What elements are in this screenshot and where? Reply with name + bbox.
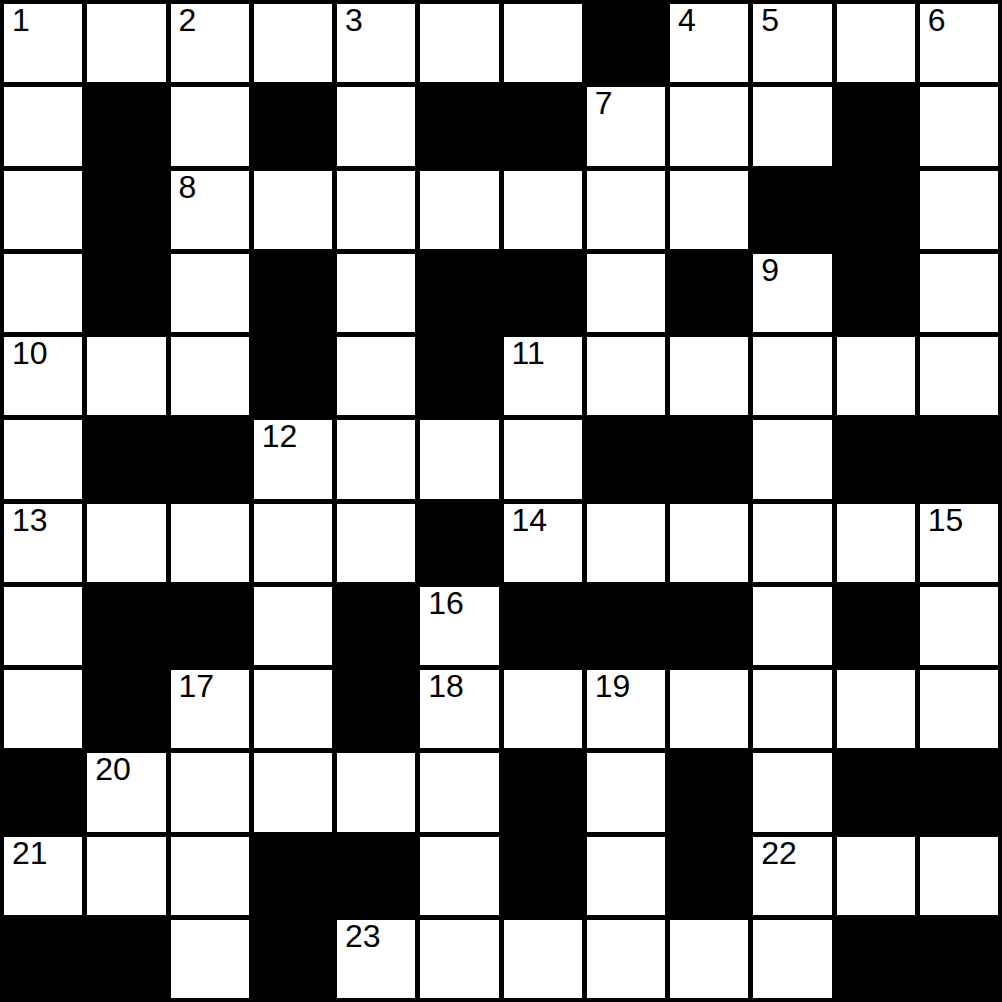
light-cell-r3c2[interactable] (171, 254, 249, 332)
light-cell-r1c0[interactable] (4, 87, 82, 165)
block-cell-r9c6 (504, 753, 582, 831)
block-cell-r5c8 (670, 420, 748, 498)
block-cell-r3c5 (420, 254, 498, 332)
light-cell-r4c8[interactable] (670, 337, 748, 415)
light-cell-r7c5[interactable]: 16 (420, 587, 498, 665)
light-cell-r8c2[interactable]: 17 (171, 670, 249, 748)
block-cell-r3c3 (254, 254, 332, 332)
clue-number-20: 20 (95, 753, 131, 785)
light-cell-r1c8[interactable] (670, 87, 748, 165)
light-cell-r2c0[interactable] (4, 171, 82, 249)
block-cell-r11c3 (254, 920, 332, 998)
light-cell-r0c11[interactable]: 6 (920, 4, 998, 82)
light-cell-r8c6[interactable] (504, 670, 582, 748)
clue-number-12: 12 (262, 420, 298, 452)
block-cell-r7c10 (837, 587, 915, 665)
light-cell-r7c3[interactable] (254, 587, 332, 665)
clue-number-23: 23 (345, 920, 381, 952)
light-cell-r10c1[interactable] (87, 837, 165, 915)
block-cell-r1c3 (254, 87, 332, 165)
light-cell-r6c9[interactable] (753, 504, 831, 582)
block-cell-r7c8 (670, 587, 748, 665)
light-cell-r11c8[interactable] (670, 920, 748, 998)
light-cell-r8c3[interactable] (254, 670, 332, 748)
block-cell-r1c5 (420, 87, 498, 165)
clue-number-13: 13 (12, 504, 48, 536)
block-cell-r5c2 (171, 420, 249, 498)
clue-number-8: 8 (179, 171, 197, 203)
light-cell-r10c0[interactable]: 21 (4, 837, 82, 915)
light-cell-r10c5[interactable] (420, 837, 498, 915)
clue-number-7: 7 (595, 87, 613, 119)
clue-number-3: 3 (345, 4, 363, 36)
clue-number-6: 6 (928, 4, 946, 36)
light-cell-r7c0[interactable] (4, 587, 82, 665)
light-cell-r1c4[interactable] (337, 87, 415, 165)
light-cell-r11c6[interactable] (504, 920, 582, 998)
light-cell-r5c0[interactable] (4, 420, 82, 498)
light-cell-r5c3[interactable]: 12 (254, 420, 332, 498)
light-cell-r3c11[interactable] (920, 254, 998, 332)
block-cell-r1c6 (504, 87, 582, 165)
light-cell-r0c4[interactable]: 3 (337, 4, 415, 82)
block-cell-r10c4 (337, 837, 415, 915)
light-cell-r2c6[interactable] (504, 171, 582, 249)
light-cell-r8c10[interactable] (837, 670, 915, 748)
light-cell-r8c11[interactable] (920, 670, 998, 748)
light-cell-r0c0[interactable]: 1 (4, 4, 82, 82)
block-cell-r9c8 (670, 753, 748, 831)
light-cell-r5c4[interactable] (337, 420, 415, 498)
light-cell-r5c6[interactable] (504, 420, 582, 498)
light-cell-r6c10[interactable] (837, 504, 915, 582)
block-cell-r7c2 (171, 587, 249, 665)
light-cell-r6c3[interactable] (254, 504, 332, 582)
light-cell-r4c0[interactable]: 10 (4, 337, 82, 415)
light-cell-r9c9[interactable] (753, 753, 831, 831)
light-cell-r3c4[interactable] (337, 254, 415, 332)
clue-number-19: 19 (595, 670, 631, 702)
block-cell-r3c6 (504, 254, 582, 332)
light-cell-r5c9[interactable] (753, 420, 831, 498)
block-cell-r7c7 (587, 587, 665, 665)
light-cell-r0c1[interactable] (87, 4, 165, 82)
light-cell-r11c4[interactable]: 23 (337, 920, 415, 998)
light-cell-r10c10[interactable] (837, 837, 915, 915)
clue-number-5: 5 (761, 4, 779, 36)
block-cell-r11c0 (4, 920, 82, 998)
light-cell-r9c4[interactable] (337, 753, 415, 831)
light-cell-r2c11[interactable] (920, 171, 998, 249)
clue-number-10: 10 (12, 337, 48, 369)
block-cell-r11c11 (920, 920, 998, 998)
light-cell-r8c7[interactable]: 19 (587, 670, 665, 748)
clue-number-21: 21 (12, 837, 48, 869)
clue-number-9: 9 (761, 254, 779, 286)
light-cell-r4c10[interactable] (837, 337, 915, 415)
light-cell-r10c11[interactable] (920, 837, 998, 915)
light-cell-r10c7[interactable] (587, 837, 665, 915)
block-cell-r11c1 (87, 920, 165, 998)
clue-number-18: 18 (428, 670, 464, 702)
block-cell-r7c6 (504, 587, 582, 665)
block-cell-r5c1 (87, 420, 165, 498)
block-cell-r1c1 (87, 87, 165, 165)
block-cell-r1c10 (837, 87, 915, 165)
light-cell-r4c4[interactable] (337, 337, 415, 415)
block-cell-r3c10 (837, 254, 915, 332)
light-cell-r2c3[interactable] (254, 171, 332, 249)
light-cell-r8c9[interactable] (753, 670, 831, 748)
block-cell-r0c7 (587, 4, 665, 82)
block-cell-r5c11 (920, 420, 998, 498)
light-cell-r0c3[interactable] (254, 4, 332, 82)
block-cell-r10c8 (670, 837, 748, 915)
light-cell-r4c6[interactable]: 11 (504, 337, 582, 415)
light-cell-r11c5[interactable] (420, 920, 498, 998)
light-cell-r4c1[interactable] (87, 337, 165, 415)
light-cell-r6c11[interactable]: 15 (920, 504, 998, 582)
light-cell-r2c7[interactable] (587, 171, 665, 249)
light-cell-r2c4[interactable] (337, 171, 415, 249)
block-cell-r10c6 (504, 837, 582, 915)
clue-number-14: 14 (512, 504, 548, 536)
light-cell-r7c11[interactable] (920, 587, 998, 665)
block-cell-r11c10 (837, 920, 915, 998)
crossword-board: 1234567891011121314151617181920212223 (0, 0, 1002, 1002)
light-cell-r0c6[interactable] (504, 4, 582, 82)
block-cell-r2c9 (753, 171, 831, 249)
light-cell-r6c7[interactable] (587, 504, 665, 582)
clue-number-2: 2 (179, 4, 197, 36)
light-cell-r1c7[interactable]: 7 (587, 87, 665, 165)
light-cell-r10c9[interactable]: 22 (753, 837, 831, 915)
light-cell-r0c9[interactable]: 5 (753, 4, 831, 82)
light-cell-r11c7[interactable] (587, 920, 665, 998)
light-cell-r6c0[interactable]: 13 (4, 504, 82, 582)
light-cell-r2c2[interactable]: 8 (171, 171, 249, 249)
clue-number-15: 15 (928, 504, 964, 536)
light-cell-r3c7[interactable] (587, 254, 665, 332)
block-cell-r7c1 (87, 587, 165, 665)
block-cell-r2c10 (837, 171, 915, 249)
light-cell-r6c4[interactable] (337, 504, 415, 582)
block-cell-r9c10 (837, 753, 915, 831)
light-cell-r3c9[interactable]: 9 (753, 254, 831, 332)
light-cell-r9c3[interactable] (254, 753, 332, 831)
light-cell-r9c5[interactable] (420, 753, 498, 831)
light-cell-r4c9[interactable] (753, 337, 831, 415)
block-cell-r2c1 (87, 171, 165, 249)
clue-number-4: 4 (678, 4, 696, 36)
block-cell-r9c0 (4, 753, 82, 831)
light-cell-r5c5[interactable] (420, 420, 498, 498)
block-cell-r8c1 (87, 670, 165, 748)
light-cell-r4c2[interactable] (171, 337, 249, 415)
light-cell-r0c5[interactable] (420, 4, 498, 82)
light-cell-r10c2[interactable] (171, 837, 249, 915)
block-cell-r6c5 (420, 504, 498, 582)
light-cell-r1c2[interactable] (171, 87, 249, 165)
light-cell-r0c8[interactable]: 4 (670, 4, 748, 82)
light-cell-r9c2[interactable] (171, 753, 249, 831)
light-cell-r8c0[interactable] (4, 670, 82, 748)
block-cell-r5c10 (837, 420, 915, 498)
block-cell-r7c4 (337, 587, 415, 665)
block-cell-r9c11 (920, 753, 998, 831)
block-cell-r3c8 (670, 254, 748, 332)
clue-number-11: 11 (512, 337, 545, 369)
block-cell-r8c4 (337, 670, 415, 748)
clue-number-1: 1 (12, 4, 30, 36)
light-cell-r4c11[interactable] (920, 337, 998, 415)
light-cell-r1c9[interactable] (753, 87, 831, 165)
block-cell-r5c7 (587, 420, 665, 498)
clue-number-22: 22 (761, 837, 797, 869)
block-cell-r4c5 (420, 337, 498, 415)
light-cell-r3c0[interactable] (4, 254, 82, 332)
light-cell-r8c8[interactable] (670, 670, 748, 748)
light-cell-r7c9[interactable] (753, 587, 831, 665)
light-cell-r11c9[interactable] (753, 920, 831, 998)
block-cell-r4c3 (254, 337, 332, 415)
light-cell-r2c5[interactable] (420, 171, 498, 249)
light-cell-r0c2[interactable]: 2 (171, 4, 249, 82)
clue-number-17: 17 (179, 670, 215, 702)
clue-number-16: 16 (428, 587, 464, 619)
block-cell-r3c1 (87, 254, 165, 332)
light-cell-r11c2[interactable] (171, 920, 249, 998)
light-cell-r9c7[interactable] (587, 753, 665, 831)
light-cell-r6c1[interactable] (87, 504, 165, 582)
light-cell-r6c6[interactable]: 14 (504, 504, 582, 582)
light-cell-r4c7[interactable] (587, 337, 665, 415)
light-cell-r0c10[interactable] (837, 4, 915, 82)
light-cell-r6c8[interactable] (670, 504, 748, 582)
light-cell-r6c2[interactable] (171, 504, 249, 582)
light-cell-r8c5[interactable]: 18 (420, 670, 498, 748)
light-cell-r1c11[interactable] (920, 87, 998, 165)
block-cell-r10c3 (254, 837, 332, 915)
light-cell-r2c8[interactable] (670, 171, 748, 249)
light-cell-r9c1[interactable]: 20 (87, 753, 165, 831)
